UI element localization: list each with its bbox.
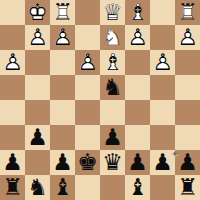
square-b5[interactable] <box>150 100 175 125</box>
white-pawn-outline-glyph: ♙ <box>25 25 50 50</box>
square-f2[interactable]: ♟♙ <box>50 25 75 50</box>
white-queen-outline-glyph: ♕ <box>100 0 125 25</box>
square-f6[interactable] <box>50 125 75 150</box>
square-c3[interactable] <box>125 50 150 75</box>
black-queen[interactable]: ♛ <box>100 150 125 175</box>
white-rook[interactable]: ♜♖ <box>50 0 75 25</box>
white-knight-outline-glyph: ♘ <box>100 25 125 50</box>
black-pawn[interactable]: ♟ <box>100 125 125 150</box>
white-pawn[interactable]: ♟♙ <box>50 25 75 50</box>
square-a4[interactable] <box>175 75 200 100</box>
square-h5[interactable] <box>0 100 25 125</box>
black-pawn[interactable]: ♟ <box>25 125 50 150</box>
square-a6[interactable] <box>175 125 200 150</box>
black-rook[interactable]: ♜ <box>0 175 25 200</box>
square-g7[interactable] <box>25 150 50 175</box>
white-bishop[interactable]: ♝♗ <box>125 0 150 25</box>
square-g8[interactable]: ♞ <box>25 175 50 200</box>
square-d8[interactable] <box>100 175 125 200</box>
black-bishop[interactable]: ♝ <box>125 175 150 200</box>
square-c2[interactable]: ♟♙ <box>125 25 150 50</box>
square-d7[interactable]: ♛ <box>100 150 125 175</box>
square-c5[interactable] <box>125 100 150 125</box>
square-c6[interactable] <box>125 125 150 150</box>
white-pawn-outline-glyph: ♙ <box>75 50 100 75</box>
square-e4[interactable] <box>75 75 100 100</box>
square-c7[interactable]: ♟ <box>125 150 150 175</box>
square-c4[interactable] <box>125 75 150 100</box>
square-a8[interactable]: ♜ <box>175 175 200 200</box>
square-h3[interactable]: ♟♙ <box>0 50 25 75</box>
square-f7[interactable]: ♟ <box>50 150 75 175</box>
square-b8[interactable] <box>150 175 175 200</box>
square-e8[interactable] <box>75 175 100 200</box>
square-g1[interactable]: ♚♔ <box>25 0 50 25</box>
square-a3[interactable] <box>175 50 200 75</box>
black-pawn[interactable]: ♟ <box>0 150 25 175</box>
white-pawn-outline-glyph: ♙ <box>0 50 25 75</box>
square-e1[interactable] <box>75 0 100 25</box>
square-e6[interactable] <box>75 125 100 150</box>
square-d4[interactable]: ♞ <box>100 75 125 100</box>
square-c1[interactable]: ♝♗ <box>125 0 150 25</box>
white-rook-outline-glyph: ♖ <box>50 0 75 25</box>
square-h4[interactable] <box>0 75 25 100</box>
square-d6[interactable]: ♟ <box>100 125 125 150</box>
square-f1[interactable]: ♜♖ <box>50 0 75 25</box>
white-king-outline-glyph: ♔ <box>25 0 50 25</box>
white-pawn-outline-glyph: ♙ <box>50 25 75 50</box>
square-h8[interactable]: ♜ <box>0 175 25 200</box>
white-knight[interactable]: ♞♘ <box>100 25 125 50</box>
square-d2[interactable]: ♞♘ <box>100 25 125 50</box>
white-pawn-outline-glyph: ♙ <box>175 25 200 50</box>
black-king[interactable]: ♚ <box>75 150 100 175</box>
square-a2[interactable]: ♟♙ <box>175 25 200 50</box>
square-h2[interactable] <box>0 25 25 50</box>
white-pawn-outline-glyph: ♙ <box>125 25 150 50</box>
square-g4[interactable] <box>25 75 50 100</box>
square-f5[interactable] <box>50 100 75 125</box>
white-pawn-outline-glyph: ♙ <box>150 50 175 75</box>
black-knight[interactable]: ♞ <box>100 75 125 100</box>
square-b3[interactable]: ♟♙ <box>150 50 175 75</box>
square-a7[interactable]: ♟ <box>175 150 200 175</box>
square-b2[interactable] <box>150 25 175 50</box>
square-h7[interactable]: ♟ <box>0 150 25 175</box>
white-pawn[interactable]: ♟♙ <box>25 25 50 50</box>
square-a5[interactable] <box>175 100 200 125</box>
white-bishop[interactable]: ♝♗ <box>100 50 125 75</box>
white-king[interactable]: ♚♔ <box>25 0 50 25</box>
black-pawn[interactable]: ♟ <box>175 150 200 175</box>
white-pawn[interactable]: ♟♙ <box>0 50 25 75</box>
square-e5[interactable] <box>75 100 100 125</box>
square-e3[interactable]: ♟♙ <box>75 50 100 75</box>
square-g6[interactable]: ♟ <box>25 125 50 150</box>
white-pawn[interactable]: ♟♙ <box>175 25 200 50</box>
white-rook-outline-glyph: ♖ <box>175 0 200 25</box>
square-d1[interactable]: ♛♕ <box>100 0 125 25</box>
square-h6[interactable] <box>0 125 25 150</box>
white-pawn[interactable]: ♟♙ <box>125 25 150 50</box>
square-f8[interactable]: ♝ <box>50 175 75 200</box>
white-bishop-outline-glyph: ♗ <box>125 0 150 25</box>
square-b4[interactable] <box>150 75 175 100</box>
chess-board: ♚♔♜♖♛♕♝♗♜♖♟♙♟♙♞♘♟♙♟♙♟♙♟♙♝♗♟♙♞♟♟♟♟♚♛♟♟♟♜♞… <box>0 0 200 200</box>
square-e2[interactable] <box>75 25 100 50</box>
white-rook[interactable]: ♜♖ <box>175 0 200 25</box>
square-f4[interactable] <box>50 75 75 100</box>
chess-board-area: ♚♔♜♖♛♕♝♗♜♖♟♙♟♙♞♘♟♙♟♙♟♙♟♙♝♗♟♙♞♟♟♟♟♚♛♟♟♟♜♞… <box>0 0 200 200</box>
square-d3[interactable]: ♝♗ <box>100 50 125 75</box>
black-pawn[interactable]: ♟ <box>50 150 75 175</box>
square-g5[interactable] <box>25 100 50 125</box>
square-b7[interactable]: ♟ <box>150 150 175 175</box>
white-queen[interactable]: ♛♕ <box>100 0 125 25</box>
square-e7[interactable]: ♚ <box>75 150 100 175</box>
square-d5[interactable] <box>100 100 125 125</box>
square-b1[interactable] <box>150 0 175 25</box>
square-g3[interactable] <box>25 50 50 75</box>
black-bishop[interactable]: ♝ <box>50 175 75 200</box>
black-rook[interactable]: ♜ <box>175 175 200 200</box>
black-pawn[interactable]: ♟ <box>150 150 175 175</box>
square-f3[interactable] <box>50 50 75 75</box>
white-pawn[interactable]: ♟♙ <box>150 50 175 75</box>
square-h1[interactable] <box>0 0 25 25</box>
black-pawn[interactable]: ♟ <box>125 150 150 175</box>
black-knight[interactable]: ♞ <box>25 175 50 200</box>
white-bishop-outline-glyph: ♗ <box>100 50 125 75</box>
white-pawn[interactable]: ♟♙ <box>75 50 100 75</box>
square-a1[interactable]: ♜♖ <box>175 0 200 25</box>
square-b6[interactable] <box>150 125 175 150</box>
square-g2[interactable]: ♟♙ <box>25 25 50 50</box>
square-c8[interactable]: ♝ <box>125 175 150 200</box>
